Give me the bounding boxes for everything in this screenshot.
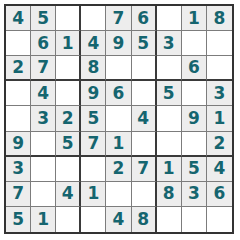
cell-r4c9-given: 3 xyxy=(207,81,232,106)
cell-r2c5-given: 9 xyxy=(106,31,131,56)
cell-r2c6-given: 5 xyxy=(132,31,157,56)
cell-r9c2-given: 1 xyxy=(31,207,56,232)
cell-r8c8-given: 3 xyxy=(182,182,207,207)
cell-r5c2-given: 3 xyxy=(31,106,56,131)
cell-r5c5-empty[interactable] xyxy=(106,106,131,131)
cell-r6c3-given: 5 xyxy=(56,132,81,157)
cell-r1c2-given: 5 xyxy=(31,6,56,31)
cell-r8c3-given: 4 xyxy=(56,182,81,207)
cell-r3c5-empty[interactable] xyxy=(106,56,131,81)
cell-r8c2-empty[interactable] xyxy=(31,182,56,207)
cell-r7c2-empty[interactable] xyxy=(31,157,56,182)
cell-r6c2-empty[interactable] xyxy=(31,132,56,157)
cell-r8c4-given: 1 xyxy=(81,182,106,207)
cell-r6c5-given: 1 xyxy=(106,132,131,157)
cell-r3c2-given: 7 xyxy=(31,56,56,81)
cell-r4c6-empty[interactable] xyxy=(132,81,157,106)
cell-r1c9-given: 8 xyxy=(207,6,232,31)
cell-r2c8-empty[interactable] xyxy=(182,31,207,56)
cell-r5c6-given: 4 xyxy=(132,106,157,131)
cell-r4c2-given: 4 xyxy=(31,81,56,106)
cell-r9c8-empty[interactable] xyxy=(182,207,207,232)
cell-r7c3-empty[interactable] xyxy=(56,157,81,182)
cell-r2c1-empty[interactable] xyxy=(6,31,31,56)
cell-r8c6-empty[interactable] xyxy=(132,182,157,207)
cell-r7c1-given: 3 xyxy=(6,157,31,182)
cell-r3c6-empty[interactable] xyxy=(132,56,157,81)
cell-r2c2-given: 6 xyxy=(31,31,56,56)
cell-r7c8-given: 5 xyxy=(182,157,207,182)
cell-r2c4-given: 4 xyxy=(81,31,106,56)
cell-r7c7-given: 1 xyxy=(157,157,182,182)
cell-r3c1-given: 2 xyxy=(6,56,31,81)
cell-r6c8-empty[interactable] xyxy=(182,132,207,157)
cell-r8c5-empty[interactable] xyxy=(106,182,131,207)
cell-r4c7-given: 5 xyxy=(157,81,182,106)
cell-r5c7-empty[interactable] xyxy=(157,106,182,131)
cell-r5c8-given: 9 xyxy=(182,106,207,131)
cell-r6c4-given: 7 xyxy=(81,132,106,157)
cell-r4c1-empty[interactable] xyxy=(6,81,31,106)
cell-r7c6-given: 7 xyxy=(132,157,157,182)
cell-r6c6-empty[interactable] xyxy=(132,132,157,157)
cell-r1c3-empty[interactable] xyxy=(56,6,81,31)
cell-r4c3-empty[interactable] xyxy=(56,81,81,106)
cell-r5c9-given: 1 xyxy=(207,106,232,131)
cell-r3c7-empty[interactable] xyxy=(157,56,182,81)
cell-r9c1-given: 5 xyxy=(6,207,31,232)
cell-r6c9-given: 2 xyxy=(207,132,232,157)
cell-r1c7-empty[interactable] xyxy=(157,6,182,31)
cell-r1c1-given: 4 xyxy=(6,6,31,31)
cell-r6c1-given: 9 xyxy=(6,132,31,157)
cell-r4c4-given: 9 xyxy=(81,81,106,106)
cell-r8c7-given: 8 xyxy=(157,182,182,207)
cell-r9c5-given: 4 xyxy=(106,207,131,232)
cell-r2c3-given: 1 xyxy=(56,31,81,56)
cell-r2c9-empty[interactable] xyxy=(207,31,232,56)
cell-r7c5-given: 2 xyxy=(106,157,131,182)
cell-r1c5-given: 7 xyxy=(106,6,131,31)
cell-r5c1-empty[interactable] xyxy=(6,106,31,131)
cell-r5c3-given: 2 xyxy=(56,106,81,131)
cell-r3c4-given: 8 xyxy=(81,56,106,81)
cell-r8c9-given: 6 xyxy=(207,182,232,207)
cell-r1c6-given: 6 xyxy=(132,6,157,31)
cell-r6c7-empty[interactable] xyxy=(157,132,182,157)
cell-r1c8-given: 1 xyxy=(182,6,207,31)
cell-r1c4-empty[interactable] xyxy=(81,6,106,31)
cell-r4c8-empty[interactable] xyxy=(182,81,207,106)
cell-r8c1-given: 7 xyxy=(6,182,31,207)
cell-r9c6-given: 8 xyxy=(132,207,157,232)
cell-r2c7-given: 3 xyxy=(157,31,182,56)
cell-r7c4-empty[interactable] xyxy=(81,157,106,182)
cell-r9c4-empty[interactable] xyxy=(81,207,106,232)
cell-r5c4-given: 5 xyxy=(81,106,106,131)
sudoku-board: 4576186149532786496533254919571232715474… xyxy=(4,4,234,234)
cell-r9c3-empty[interactable] xyxy=(56,207,81,232)
cell-r3c9-empty[interactable] xyxy=(207,56,232,81)
cell-r4c5-given: 6 xyxy=(106,81,131,106)
cell-r7c9-given: 4 xyxy=(207,157,232,182)
cell-r3c3-empty[interactable] xyxy=(56,56,81,81)
cell-r9c9-empty[interactable] xyxy=(207,207,232,232)
cell-r3c8-given: 6 xyxy=(182,56,207,81)
cell-r9c7-empty[interactable] xyxy=(157,207,182,232)
